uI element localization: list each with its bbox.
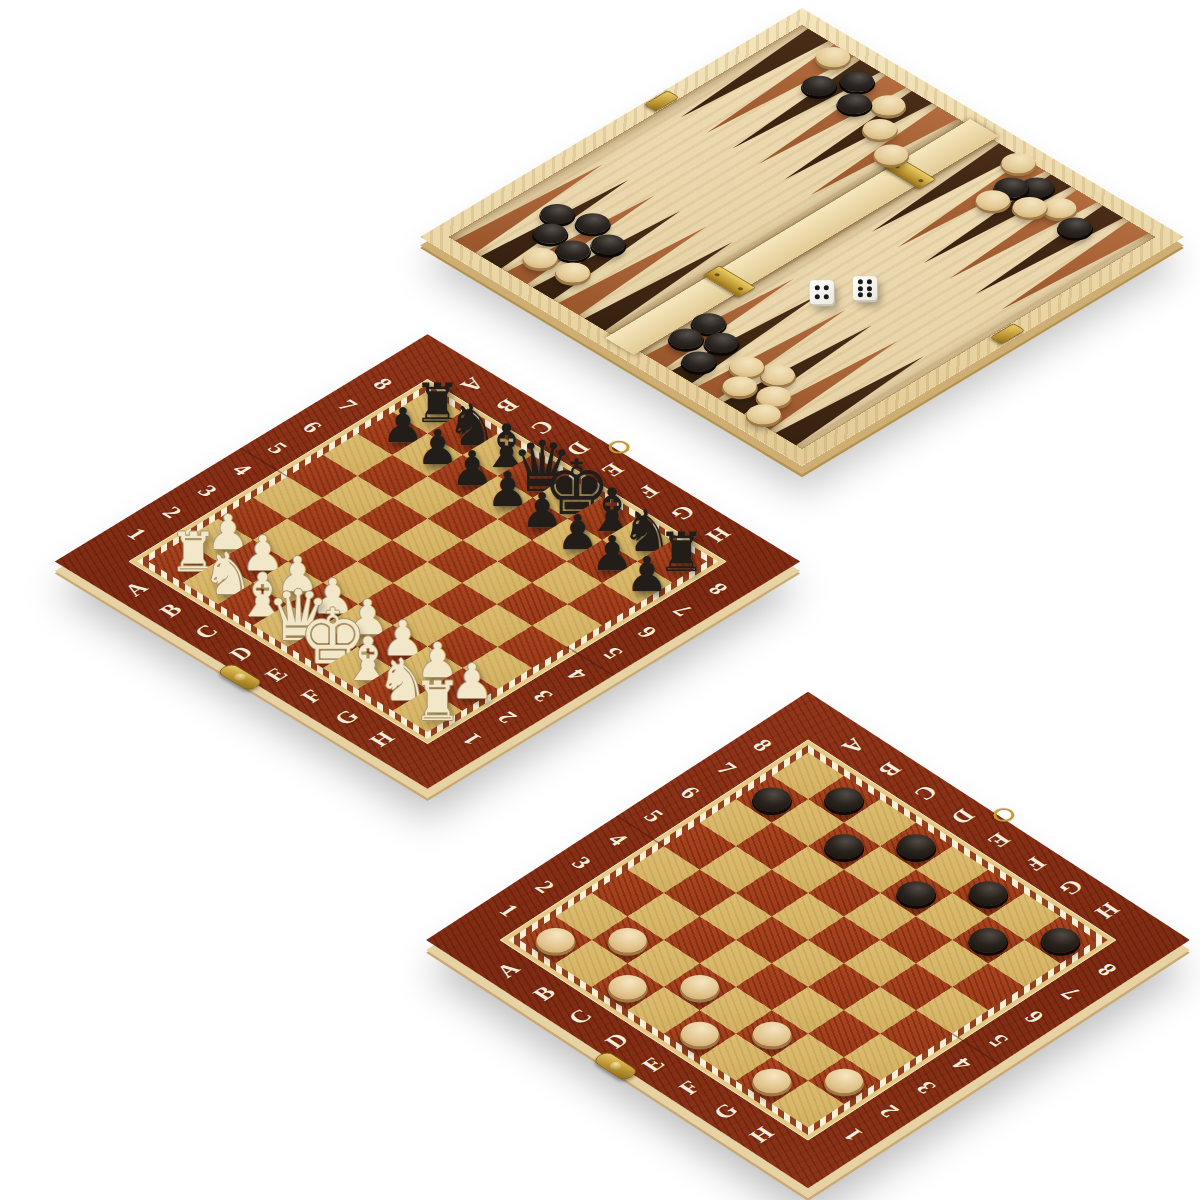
chess-piece-glyph: ♟ bbox=[625, 550, 668, 598]
chess-file-label-text: F bbox=[297, 687, 328, 706]
chess-file-label-text: E bbox=[261, 665, 293, 684]
checkers-rank-label-text: 3 bbox=[567, 854, 596, 873]
checkers-board-face: ABCDEFGHABCDEFGH8765432187654321 bbox=[426, 692, 1190, 1188]
checkers-file-label-text: A bbox=[492, 959, 525, 980]
checkers-file-label-text: F bbox=[1020, 853, 1051, 873]
chess-rank-label-text: 4 bbox=[564, 666, 593, 683]
die-pip bbox=[867, 292, 872, 297]
checkers-rank-label-text: 2 bbox=[876, 1102, 905, 1121]
chess-rank-label-text: 3 bbox=[528, 687, 557, 704]
checkers-file-label-text: C bbox=[910, 782, 943, 803]
checkers-rank-label-text: 7 bbox=[712, 760, 741, 779]
checkers-rank-label-text: 2 bbox=[531, 877, 560, 896]
chess-board-face: ABCDEFGHABCDEFGH8765432187654321♜♞♝♛♚♝♞♜… bbox=[55, 334, 800, 789]
die-pip bbox=[867, 280, 872, 285]
checkers-rank-label-text: 6 bbox=[676, 783, 705, 802]
die-pip bbox=[824, 285, 829, 290]
chess-file-label-text: D bbox=[226, 643, 259, 663]
product-photo-scene: ABCDEFGHABCDEFGH8765432187654321♜♞♝♛♚♝♞♜… bbox=[0, 0, 1200, 1200]
chess-rank-label-text: 8 bbox=[368, 375, 397, 392]
die-pip bbox=[824, 294, 829, 299]
checkers-rank-label-text: 8 bbox=[748, 736, 777, 755]
checkers-file-label-text: A bbox=[837, 735, 870, 756]
chess-board: ABCDEFGHABCDEFGH8765432187654321♜♞♝♛♚♝♞♜… bbox=[55, 334, 800, 789]
checkers-file-label-text: H bbox=[1090, 899, 1124, 921]
checkers-file-label-text: E bbox=[638, 1054, 670, 1075]
checkers-file-label-text: D bbox=[601, 1030, 634, 1051]
chess-file-label-text: C bbox=[190, 622, 223, 642]
chess-file-label-text: H bbox=[701, 524, 735, 545]
chess-file-label-text: G bbox=[330, 707, 364, 728]
checkers-file-label-text: B bbox=[529, 983, 561, 1004]
die-pip bbox=[867, 286, 872, 291]
chess-rank-label-text: 5 bbox=[599, 645, 628, 662]
chess-rank-label-text: 2 bbox=[493, 709, 522, 726]
checkers-rank-label-text: 1 bbox=[839, 1125, 868, 1144]
die-pip bbox=[814, 294, 819, 299]
chess-rank-label-text: 8 bbox=[704, 580, 733, 597]
checkers-rank-label-text: 5 bbox=[639, 807, 668, 826]
checkers-rank-label-text: 6 bbox=[1021, 1008, 1050, 1027]
checkers-rank-label-text: 8 bbox=[1093, 960, 1122, 979]
checkers-board: ABCDEFGHABCDEFGH8765432187654321 bbox=[426, 692, 1190, 1188]
checkers-rank-label-text: 1 bbox=[494, 901, 523, 920]
die-pip bbox=[814, 285, 819, 290]
backgammon-board bbox=[420, 8, 1184, 466]
chess-file-label-text: B bbox=[156, 601, 188, 620]
backgammon-case bbox=[420, 8, 1184, 466]
chess-piece-glyph: ♜ bbox=[413, 675, 461, 729]
chess-rank-label-text: 6 bbox=[634, 623, 663, 640]
checkers-ribbon-frame bbox=[508, 745, 1108, 1135]
checkers-file-label-text: H bbox=[745, 1124, 779, 1146]
checkers-file-label-text: C bbox=[565, 1006, 598, 1027]
chess-rank-label-text: 6 bbox=[298, 418, 327, 435]
checkers-file-label-text: F bbox=[674, 1077, 705, 1097]
checkers-rank-label-text: 7 bbox=[1057, 984, 1086, 1003]
checkers-file-label-text: G bbox=[709, 1100, 743, 1122]
chess-rank-label-text: 2 bbox=[158, 504, 187, 521]
die-pip bbox=[858, 286, 863, 291]
checkers-rank-label-text: 5 bbox=[984, 1031, 1013, 1050]
checkers-rank-label-text: 4 bbox=[603, 830, 632, 849]
chess-rank-label-text: 5 bbox=[263, 440, 292, 457]
chess-rank-label-text: 4 bbox=[228, 461, 257, 478]
die-pip bbox=[858, 280, 863, 285]
chess-rank-label-text: 1 bbox=[458, 730, 487, 747]
die-2-showing-6 bbox=[853, 276, 877, 300]
chess-rank-label-text: 1 bbox=[122, 525, 151, 542]
die-pip bbox=[858, 292, 863, 297]
checkers-rank-label-text: 4 bbox=[948, 1055, 977, 1074]
chess-file-label-text: H bbox=[365, 729, 399, 750]
chess-playfield: ♜♞♝♛♚♝♞♜♟♟♟♟♟♟♟♟♟♟♟♟♟♟♟♟♜♞♝♛♚♝♞♜ bbox=[128, 379, 726, 744]
checkers-file-label-text: E bbox=[983, 829, 1015, 850]
checkers-file-label-text: D bbox=[946, 805, 979, 826]
chess-file-label-text: A bbox=[120, 579, 153, 599]
checkers-file-label-text: B bbox=[874, 759, 906, 780]
die-1-showing-4 bbox=[810, 280, 834, 304]
chess-rank-label-text: 3 bbox=[193, 482, 222, 499]
chess-rank-label-text: 7 bbox=[333, 397, 362, 414]
checkers-rank-label-text: 3 bbox=[912, 1078, 941, 1097]
chess-rank-label-text: 7 bbox=[669, 602, 698, 619]
checkers-playfield bbox=[500, 740, 1117, 1141]
chess-ribbon-frame: ♜♞♝♛♚♝♞♜♟♟♟♟♟♟♟♟♟♟♟♟♟♟♟♟♜♞♝♛♚♝♞♜ bbox=[137, 384, 718, 739]
checkers-file-label-text: G bbox=[1054, 876, 1088, 898]
